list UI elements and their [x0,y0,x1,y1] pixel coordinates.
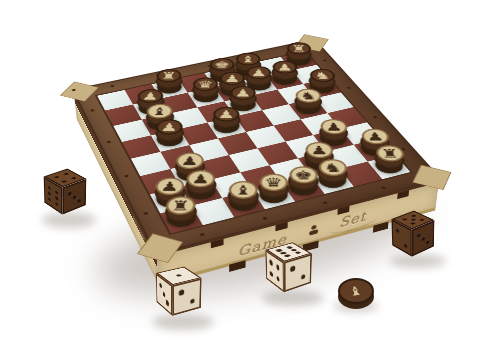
die-shadow [152,314,214,330]
white-king-e1: ♚ [285,177,322,199]
spare-chess-piece: ♝ [338,278,374,309]
product-photo: ♚♛♜♜♝♞♝♞♟♟♟♟♟♟♚♛♜♜♝♞♟♟♟♟♟♟♟ Game Set eco… [0,0,500,342]
white-knight-g5: ♞ [291,100,324,118]
die-shadow [262,290,324,306]
black-queen-d7: ♛ [190,88,222,106]
white-bishop-c1: ♝ [225,192,262,215]
pawn-ornament [309,224,317,236]
wooden-die-dark-1 [53,173,77,208]
black-pawn-b5: ♟ [153,130,186,150]
white-rook-h1: ♜ [370,156,407,177]
wooden-die-dark-2 [401,215,424,251]
white-knight-f1: ♞ [314,170,351,192]
black-pawn-g7: ♟ [269,71,301,88]
piece-symbol: ♝ [348,284,364,298]
die-face-front-2 [172,278,202,316]
white-queen-d1: ♛ [255,185,292,208]
piece-top: ♝ [338,278,374,304]
white-rook-a1: ♜ [163,207,200,231]
black-pawn-d5: ♟ [210,118,243,137]
die-shadow [42,212,96,228]
corner-plate [60,81,99,101]
die-shadow [390,254,446,268]
chess-board-3d: ♚♛♜♜♝♞♝♞♟♟♟♟♟♟♚♛♜♜♝♞♟♟♟♟♟♟♟ Game Set eco… [71,39,442,255]
wooden-die-light-1 [164,272,193,309]
wooden-die-light-2 [274,248,302,286]
